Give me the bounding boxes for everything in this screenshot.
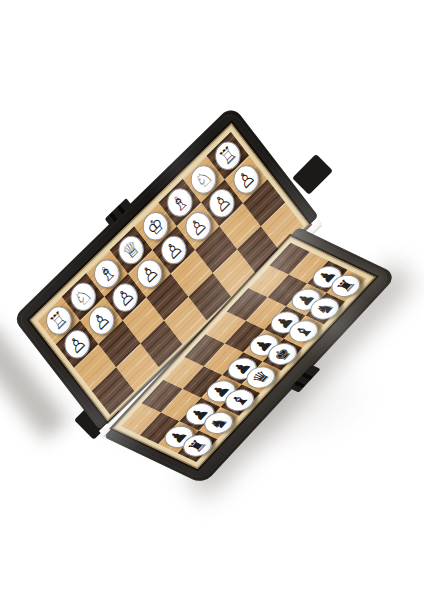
piece-glyph: ♙ <box>65 331 89 358</box>
piece-glyph: ♘ <box>71 283 95 310</box>
hinge-knuckle-top <box>292 154 333 195</box>
piece-glyph: ♚ <box>270 345 295 363</box>
piece-glyph: ♞ <box>312 299 337 317</box>
piece-glyph: ♙ <box>234 166 258 193</box>
piece-glyph: ♘ <box>192 166 216 193</box>
piece-glyph: ♙ <box>137 260 161 287</box>
piece-glyph: ♕ <box>119 236 143 263</box>
piece-glyph: ♛ <box>249 368 274 386</box>
piece-glyph: ♝ <box>227 391 252 409</box>
piece-glyph: ♗ <box>168 189 192 216</box>
piece-glyph: ♜ <box>185 437 210 455</box>
piece-glyph: ♙ <box>89 307 113 334</box>
product-photo-background: ♖♘♗♕♔♗♘♖♙♙♙♙♙♙♙♙ ♟♟♟♟♟♟♟♟♜♞♝♛♚♝♞♜ <box>0 0 424 600</box>
piece-glyph: ♙ <box>210 189 234 216</box>
piece-glyph: ♙ <box>186 213 210 240</box>
piece-glyph: ♜ <box>334 277 359 295</box>
piece-glyph: ♙ <box>113 283 137 310</box>
piece-glyph: ♙ <box>162 236 186 263</box>
piece-glyph: ♗ <box>95 260 119 287</box>
piece-glyph: ♝ <box>291 322 316 340</box>
piece-glyph: ♔ <box>143 213 167 240</box>
piece-glyph: ♖ <box>47 307 71 334</box>
piece-glyph: ♞ <box>206 414 231 432</box>
latch-tab-white-half[interactable] <box>105 198 132 226</box>
latch-tab-black-half[interactable] <box>290 365 321 393</box>
piece-glyph: ♖ <box>216 142 240 169</box>
